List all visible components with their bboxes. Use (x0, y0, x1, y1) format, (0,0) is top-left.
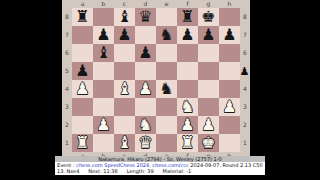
piece-black-king-g8[interactable]: ♚ (198, 8, 219, 26)
square-c3[interactable] (114, 98, 135, 116)
piece-white-knight-d2[interactable]: ♞ (135, 116, 156, 134)
square-e8[interactable] (156, 8, 177, 26)
square-h4[interactable] (219, 80, 240, 98)
square-h1[interactable] (219, 134, 240, 152)
piece-white-pawn-g2[interactable]: ♟ (198, 116, 219, 134)
video-frame: abcdefgh 87654321 ♜♝♛♜♚♟♟♞♟♟♟♝♟♟♟♝♟♞♞♟♟♞… (0, 0, 320, 180)
piece-black-pawn-c7[interactable]: ♟ (114, 26, 135, 44)
square-a5[interactable]: ♟ (72, 62, 93, 80)
file-label-e: e (156, 0, 177, 8)
piece-black-pawn-g7[interactable]: ♟ (198, 26, 219, 44)
piece-black-pawn-h7[interactable]: ♟ (219, 26, 240, 44)
rank-label-6: 6 (240, 44, 250, 62)
square-b5[interactable] (93, 62, 114, 80)
piece-black-bishop-b6[interactable]: ♝ (93, 44, 114, 62)
square-b4[interactable] (93, 80, 114, 98)
square-d7[interactable] (135, 26, 156, 44)
piece-white-knight-f3[interactable]: ♞ (177, 98, 198, 116)
piece-black-pawn-b7[interactable]: ♟ (93, 26, 114, 44)
piece-white-rook-f1[interactable]: ♜ (177, 134, 198, 152)
square-e2[interactable] (156, 116, 177, 134)
piece-white-pawn-h3[interactable]: ♟ (219, 98, 240, 116)
rank-label-8: 8 (62, 8, 72, 26)
rank-label-3: 3 (240, 98, 250, 116)
square-h7[interactable]: ♟ (219, 26, 240, 44)
file-label-g: g (198, 0, 219, 8)
rank-label-2: 2 (62, 116, 72, 134)
piece-white-rook-a1[interactable]: ♜ (72, 134, 93, 152)
square-f4[interactable] (177, 80, 198, 98)
square-b7[interactable]: ♟ (93, 26, 114, 44)
square-h8[interactable] (219, 8, 240, 26)
file-label-h: h (219, 0, 240, 8)
piece-white-queen-d1[interactable]: ♛ (135, 134, 156, 152)
square-f3[interactable]: ♞ (177, 98, 198, 116)
square-a3[interactable] (72, 98, 93, 116)
square-f6[interactable] (177, 44, 198, 62)
rank-label-7: 7 (62, 26, 72, 44)
piece-black-rook-a8[interactable]: ♜ (72, 8, 93, 26)
piece-black-knight-e4[interactable]: ♞ (156, 80, 177, 98)
file-label-c: c (114, 0, 135, 8)
square-e6[interactable] (156, 44, 177, 62)
square-f5[interactable] (177, 62, 198, 80)
rank-label-5: 5 (62, 62, 72, 80)
piece-black-bishop-c8[interactable]: ♝ (114, 8, 135, 26)
square-g6[interactable] (198, 44, 219, 62)
square-g2[interactable]: ♟ (198, 116, 219, 134)
rank-label-4: 4 (62, 80, 72, 98)
square-h6[interactable] (219, 44, 240, 62)
square-a2[interactable] (72, 116, 93, 134)
rank-labels-right: 87654321 (240, 8, 250, 152)
square-g5[interactable] (198, 62, 219, 80)
square-g3[interactable] (198, 98, 219, 116)
next-value: Next: 11:38 (88, 168, 117, 174)
square-d4[interactable]: ♟ (135, 80, 156, 98)
piece-black-pawn-f7[interactable]: ♟ (177, 26, 198, 44)
square-g7[interactable]: ♟ (198, 26, 219, 44)
game-info-panel: Nakamura, Hikaru (2794) - So, Wesley (27… (55, 156, 265, 175)
material-indicator-black-pawn-icon: ♟ (239, 64, 250, 80)
square-b1[interactable] (93, 134, 114, 152)
square-d2[interactable]: ♞ (135, 116, 156, 134)
square-c6[interactable] (114, 44, 135, 62)
square-e1[interactable] (156, 134, 177, 152)
square-e7[interactable]: ♞ (156, 26, 177, 44)
file-label-b: b (93, 0, 114, 8)
square-h5[interactable] (219, 62, 240, 80)
rank-label-7: 7 (240, 26, 250, 44)
square-b8[interactable] (93, 8, 114, 26)
piece-white-pawn-b2[interactable]: ♟ (93, 116, 114, 134)
piece-black-pawn-a5[interactable]: ♟ (72, 62, 93, 80)
file-label-f: f (177, 0, 198, 8)
rank-label-8: 8 (240, 8, 250, 26)
file-labels-top: abcdefgh (72, 0, 240, 8)
piece-white-pawn-d4[interactable]: ♟ (135, 80, 156, 98)
move-stats-line: 13. Nxe4Next: 11:38Length: 39Material: -… (55, 168, 265, 174)
square-e4[interactable]: ♞ (156, 80, 177, 98)
square-c1[interactable]: ♝ (114, 134, 135, 152)
square-c8[interactable]: ♝ (114, 8, 135, 26)
chessboard-widget: abcdefgh 87654321 ♜♝♛♜♚♟♟♞♟♟♟♝♟♟♟♝♟♞♞♟♟♞… (62, 0, 250, 160)
piece-white-pawn-a4[interactable]: ♟ (72, 80, 93, 98)
square-g8[interactable]: ♚ (198, 8, 219, 26)
square-h3[interactable]: ♟ (219, 98, 240, 116)
piece-black-queen-d8[interactable]: ♛ (135, 8, 156, 26)
square-e5[interactable] (156, 62, 177, 80)
file-label-a: a (72, 0, 93, 8)
square-c2[interactable] (114, 116, 135, 134)
square-g1[interactable]: ♚ (198, 134, 219, 152)
material-value: Material: -1 (163, 168, 192, 174)
square-f7[interactable]: ♟ (177, 26, 198, 44)
square-d1[interactable]: ♛ (135, 134, 156, 152)
piece-white-pawn-f2[interactable]: ♟ (177, 116, 198, 134)
square-h2[interactable] (219, 116, 240, 134)
square-b2[interactable]: ♟ (93, 116, 114, 134)
rank-label-6: 6 (62, 44, 72, 62)
square-c7[interactable]: ♟ (114, 26, 135, 44)
piece-white-king-g1[interactable]: ♚ (198, 134, 219, 152)
piece-black-pawn-d6[interactable]: ♟ (135, 44, 156, 62)
square-e3[interactable] (156, 98, 177, 116)
length-value: Length: 39 (127, 168, 154, 174)
square-d5[interactable] (135, 62, 156, 80)
square-f1[interactable]: ♜ (177, 134, 198, 152)
rank-label-3: 3 (62, 98, 72, 116)
piece-black-knight-e7[interactable]: ♞ (156, 26, 177, 44)
square-a7[interactable] (72, 26, 93, 44)
square-a6[interactable] (72, 44, 93, 62)
piece-white-bishop-c1[interactable]: ♝ (114, 134, 135, 152)
square-b6[interactable]: ♝ (93, 44, 114, 62)
chessboard[interactable]: ♜♝♛♜♚♟♟♞♟♟♟♝♟♟♟♝♟♞♞♟♟♞♟♟♜♝♛♜♚ (72, 8, 240, 152)
square-g4[interactable] (198, 80, 219, 98)
piece-white-bishop-c4[interactable]: ♝ (114, 80, 135, 98)
current-move: 13. Nxe4 (57, 168, 79, 174)
file-label-d: d (135, 0, 156, 8)
piece-black-rook-f8[interactable]: ♜ (177, 8, 198, 26)
rank-label-4: 4 (240, 80, 250, 98)
square-a8[interactable]: ♜ (72, 8, 93, 26)
square-f2[interactable]: ♟ (177, 116, 198, 134)
square-c5[interactable] (114, 62, 135, 80)
square-a1[interactable]: ♜ (72, 134, 93, 152)
rank-labels-left: 87654321 (62, 8, 72, 152)
square-d3[interactable] (135, 98, 156, 116)
square-f8[interactable]: ♜ (177, 8, 198, 26)
rank-label-1: 1 (62, 134, 72, 152)
square-d8[interactable]: ♛ (135, 8, 156, 26)
rank-label-1: 1 (240, 134, 250, 152)
square-b3[interactable] (93, 98, 114, 116)
square-c4[interactable]: ♝ (114, 80, 135, 98)
square-a4[interactable]: ♟ (72, 80, 93, 98)
rank-label-2: 2 (240, 116, 250, 134)
square-d6[interactable]: ♟ (135, 44, 156, 62)
